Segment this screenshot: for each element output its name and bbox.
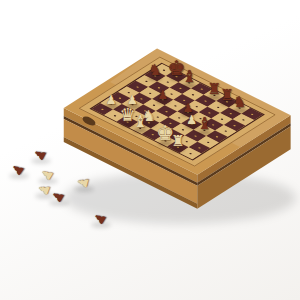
piece-contact-shadow — [121, 122, 135, 127]
loose-piece-shadow — [74, 186, 94, 192]
box-and-shadow-layer — [0, 0, 300, 300]
piece-contact-shadow — [233, 108, 247, 113]
loose-piece-shadow — [38, 178, 58, 184]
loose-piece-shadow — [91, 222, 111, 228]
loose-piece-shadow — [9, 173, 29, 179]
loose-piece-shadow — [35, 193, 55, 199]
piece-contact-shadow — [182, 83, 196, 88]
piece-contact-shadow — [171, 147, 185, 152]
piece-contact-shadow — [158, 141, 172, 146]
loose-piece-shadow — [31, 158, 51, 164]
piece-contact-shadow — [148, 76, 162, 81]
piece-contact-shadow — [104, 104, 118, 109]
piece-contact-shadow — [185, 124, 199, 129]
loose-piece-shadow — [49, 200, 69, 206]
piece-contact-shadow — [181, 112, 195, 117]
travel-chess-set-photo: ♚♝♜♜♞♞♟♟♟♝♟♟♞♛♝♚♜♟♟♟♟♟♟♟ — [0, 0, 300, 300]
